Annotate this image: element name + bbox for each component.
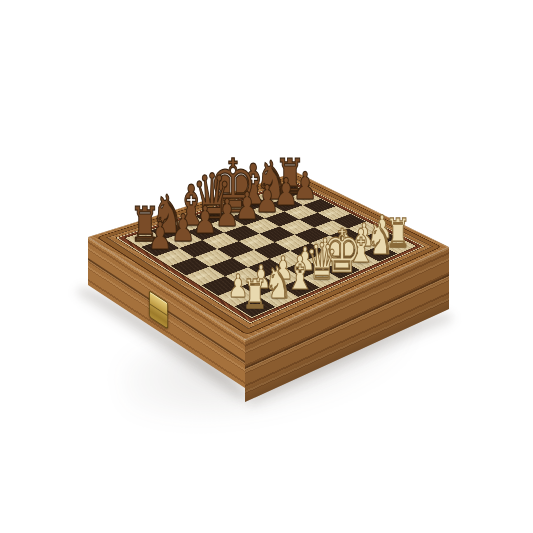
pawn-glyph: ♟ (147, 216, 172, 254)
rook-glyph: ♜ (242, 274, 268, 314)
knight-glyph: ♞ (264, 261, 292, 305)
chess-set-photo: ♜♞♝♛♚♝♞♜♟♟♟♟♟♟♟♟♟♟♟♟♟♟♟♟♜♞♝♛♚♝♞♜ (0, 0, 533, 533)
pawn-glyph: ♟ (214, 194, 239, 232)
pawn-glyph: ♟ (170, 208, 195, 246)
pieces-layer: ♜♞♝♛♚♝♞♜♟♟♟♟♟♟♟♟♟♟♟♟♟♟♟♟♜♞♝♛♚♝♞♜ (0, 0, 533, 533)
pawn-glyph: ♟ (193, 201, 218, 239)
